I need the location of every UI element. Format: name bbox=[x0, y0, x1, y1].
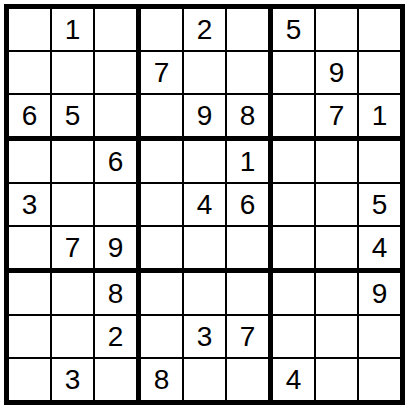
cell-r2c5-empty[interactable] bbox=[184, 52, 227, 95]
cell-r4c9-empty[interactable] bbox=[359, 141, 400, 184]
cell-r6c5-empty[interactable] bbox=[184, 227, 227, 273]
cell-r3c6-given[interactable]: 8 bbox=[227, 95, 273, 141]
cell-r5c8-empty[interactable] bbox=[316, 184, 359, 227]
cell-r4c4-empty[interactable] bbox=[141, 141, 184, 184]
cell-r7c9-given[interactable]: 9 bbox=[359, 273, 400, 316]
cell-r9c7-given[interactable]: 4 bbox=[273, 359, 316, 400]
cell-r8c8-empty[interactable] bbox=[316, 316, 359, 359]
cell-r5c6-given[interactable]: 6 bbox=[227, 184, 273, 227]
cell-r4c6-given[interactable]: 1 bbox=[227, 141, 273, 184]
cell-r9c8-empty[interactable] bbox=[316, 359, 359, 400]
cell-r6c7-empty[interactable] bbox=[273, 227, 316, 273]
cell-r6c6-empty[interactable] bbox=[227, 227, 273, 273]
cell-r7c3-given[interactable]: 8 bbox=[95, 273, 141, 316]
cell-r4c1-empty[interactable] bbox=[9, 141, 52, 184]
cell-r3c4-empty[interactable] bbox=[141, 95, 184, 141]
cell-r8c4-empty[interactable] bbox=[141, 316, 184, 359]
cell-r1c5-given[interactable]: 2 bbox=[184, 9, 227, 52]
cell-r9c2-given[interactable]: 3 bbox=[52, 359, 95, 400]
cell-r9c5-empty[interactable] bbox=[184, 359, 227, 400]
cell-r9c9-empty[interactable] bbox=[359, 359, 400, 400]
cell-r2c3-empty[interactable] bbox=[95, 52, 141, 95]
sudoku-page: 1257965987161346579489237384 bbox=[0, 0, 410, 410]
cell-r3c3-empty[interactable] bbox=[95, 95, 141, 141]
cell-r7c6-empty[interactable] bbox=[227, 273, 273, 316]
cell-r4c3-given[interactable]: 6 bbox=[95, 141, 141, 184]
cell-r5c9-given[interactable]: 5 bbox=[359, 184, 400, 227]
cell-r6c8-empty[interactable] bbox=[316, 227, 359, 273]
cell-r1c6-empty[interactable] bbox=[227, 9, 273, 52]
cell-r8c2-empty[interactable] bbox=[52, 316, 95, 359]
cell-r1c1-empty[interactable] bbox=[9, 9, 52, 52]
cell-r9c6-empty[interactable] bbox=[227, 359, 273, 400]
cell-r1c7-given[interactable]: 5 bbox=[273, 9, 316, 52]
cell-r4c7-empty[interactable] bbox=[273, 141, 316, 184]
cell-r7c4-empty[interactable] bbox=[141, 273, 184, 316]
cell-r3c1-given[interactable]: 6 bbox=[9, 95, 52, 141]
cell-r2c4-given[interactable]: 7 bbox=[141, 52, 184, 95]
cell-r6c3-given[interactable]: 9 bbox=[95, 227, 141, 273]
cell-r5c3-empty[interactable] bbox=[95, 184, 141, 227]
sudoku-board: 1257965987161346579489237384 bbox=[4, 4, 405, 405]
cell-r7c7-empty[interactable] bbox=[273, 273, 316, 316]
cell-r2c1-empty[interactable] bbox=[9, 52, 52, 95]
cell-r4c8-empty[interactable] bbox=[316, 141, 359, 184]
cell-r5c7-empty[interactable] bbox=[273, 184, 316, 227]
cell-r2c9-empty[interactable] bbox=[359, 52, 400, 95]
cell-r5c5-given[interactable]: 4 bbox=[184, 184, 227, 227]
cell-r7c5-empty[interactable] bbox=[184, 273, 227, 316]
cell-r6c9-given[interactable]: 4 bbox=[359, 227, 400, 273]
cell-r8c1-empty[interactable] bbox=[9, 316, 52, 359]
cell-r3c2-given[interactable]: 5 bbox=[52, 95, 95, 141]
cell-r7c2-empty[interactable] bbox=[52, 273, 95, 316]
cell-r1c3-empty[interactable] bbox=[95, 9, 141, 52]
cell-r8c6-given[interactable]: 7 bbox=[227, 316, 273, 359]
cell-r1c9-empty[interactable] bbox=[359, 9, 400, 52]
cell-r8c9-empty[interactable] bbox=[359, 316, 400, 359]
cell-r8c7-empty[interactable] bbox=[273, 316, 316, 359]
cell-r8c3-given[interactable]: 2 bbox=[95, 316, 141, 359]
cell-r2c7-empty[interactable] bbox=[273, 52, 316, 95]
cell-r7c8-empty[interactable] bbox=[316, 273, 359, 316]
cell-r5c1-given[interactable]: 3 bbox=[9, 184, 52, 227]
cell-r3c5-given[interactable]: 9 bbox=[184, 95, 227, 141]
cell-r8c5-given[interactable]: 3 bbox=[184, 316, 227, 359]
cell-r7c1-empty[interactable] bbox=[9, 273, 52, 316]
cell-r9c4-given[interactable]: 8 bbox=[141, 359, 184, 400]
cell-r2c6-empty[interactable] bbox=[227, 52, 273, 95]
cell-r1c4-empty[interactable] bbox=[141, 9, 184, 52]
cell-r3c9-given[interactable]: 1 bbox=[359, 95, 400, 141]
cell-r6c2-given[interactable]: 7 bbox=[52, 227, 95, 273]
cell-r4c5-empty[interactable] bbox=[184, 141, 227, 184]
cell-r1c2-given[interactable]: 1 bbox=[52, 9, 95, 52]
cell-r5c4-empty[interactable] bbox=[141, 184, 184, 227]
cell-r6c1-empty[interactable] bbox=[9, 227, 52, 273]
cell-r2c8-given[interactable]: 9 bbox=[316, 52, 359, 95]
cell-r3c8-given[interactable]: 7 bbox=[316, 95, 359, 141]
cell-r9c1-empty[interactable] bbox=[9, 359, 52, 400]
cell-r3c7-empty[interactable] bbox=[273, 95, 316, 141]
cell-r6c4-empty[interactable] bbox=[141, 227, 184, 273]
cell-r4c2-empty[interactable] bbox=[52, 141, 95, 184]
cell-r9c3-empty[interactable] bbox=[95, 359, 141, 400]
cell-r2c2-empty[interactable] bbox=[52, 52, 95, 95]
cell-r5c2-empty[interactable] bbox=[52, 184, 95, 227]
cell-r1c8-empty[interactable] bbox=[316, 9, 359, 52]
